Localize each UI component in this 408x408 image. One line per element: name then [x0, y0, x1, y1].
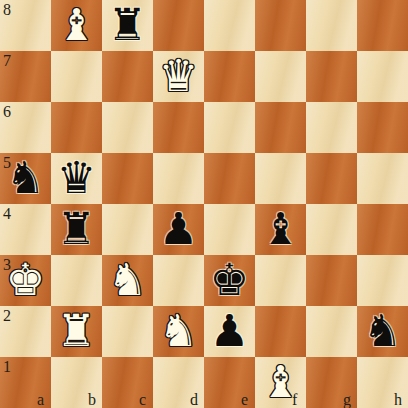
square-f4[interactable]: ♝ — [255, 204, 306, 255]
chess-board-stage: ♝♜♛♞♛♜♟♝♚♞♚♜♞♟♞♝ 87654321abcdefgh — [0, 0, 408, 408]
square-f7[interactable] — [255, 51, 306, 102]
square-b5[interactable]: ♛ — [51, 153, 102, 204]
square-e8[interactable] — [204, 0, 255, 51]
square-c7[interactable] — [102, 51, 153, 102]
square-f5[interactable] — [255, 153, 306, 204]
square-a6[interactable] — [0, 102, 51, 153]
square-d4[interactable]: ♟ — [153, 204, 204, 255]
square-h1[interactable] — [357, 357, 408, 408]
square-c1[interactable] — [102, 357, 153, 408]
square-d5[interactable] — [153, 153, 204, 204]
square-c4[interactable] — [102, 204, 153, 255]
black-pawn-piece[interactable]: ♟ — [210, 305, 249, 356]
square-g3[interactable] — [306, 255, 357, 306]
square-a5[interactable]: ♞ — [0, 153, 51, 204]
square-a7[interactable] — [0, 51, 51, 102]
black-pawn-piece[interactable]: ♟ — [159, 203, 198, 254]
square-g8[interactable] — [306, 0, 357, 51]
square-a3[interactable]: ♚ — [0, 255, 51, 306]
square-h3[interactable] — [357, 255, 408, 306]
square-f3[interactable] — [255, 255, 306, 306]
black-knight-piece[interactable]: ♞ — [363, 305, 402, 356]
square-b8[interactable]: ♝ — [51, 0, 102, 51]
square-g5[interactable] — [306, 153, 357, 204]
square-f2[interactable] — [255, 306, 306, 357]
square-e5[interactable] — [204, 153, 255, 204]
black-bishop-piece[interactable]: ♝ — [261, 203, 300, 254]
square-h8[interactable] — [357, 0, 408, 51]
square-e4[interactable] — [204, 204, 255, 255]
square-f1[interactable]: ♝ — [255, 357, 306, 408]
square-d1[interactable] — [153, 357, 204, 408]
black-rook-piece[interactable]: ♜ — [57, 203, 96, 254]
square-e3[interactable]: ♚ — [204, 255, 255, 306]
square-e2[interactable]: ♟ — [204, 306, 255, 357]
square-d3[interactable] — [153, 255, 204, 306]
square-b2[interactable]: ♜ — [51, 306, 102, 357]
white-knight-piece[interactable]: ♞ — [108, 254, 147, 305]
square-c6[interactable] — [102, 102, 153, 153]
square-b7[interactable] — [51, 51, 102, 102]
square-b1[interactable] — [51, 357, 102, 408]
square-c8[interactable]: ♜ — [102, 0, 153, 51]
white-rook-piece[interactable]: ♜ — [57, 305, 96, 356]
square-f8[interactable] — [255, 0, 306, 51]
square-e6[interactable] — [204, 102, 255, 153]
square-a4[interactable] — [0, 204, 51, 255]
square-g7[interactable] — [306, 51, 357, 102]
square-c5[interactable] — [102, 153, 153, 204]
chess-board: ♝♜♛♞♛♜♟♝♚♞♚♜♞♟♞♝ — [0, 0, 408, 408]
square-g1[interactable] — [306, 357, 357, 408]
white-bishop-piece[interactable]: ♝ — [261, 356, 300, 407]
square-b4[interactable]: ♜ — [51, 204, 102, 255]
square-b3[interactable] — [51, 255, 102, 306]
black-queen-piece[interactable]: ♛ — [57, 152, 96, 203]
square-a1[interactable] — [0, 357, 51, 408]
square-g4[interactable] — [306, 204, 357, 255]
square-e1[interactable] — [204, 357, 255, 408]
white-bishop-piece[interactable]: ♝ — [57, 0, 96, 50]
square-e7[interactable] — [204, 51, 255, 102]
square-a8[interactable] — [0, 0, 51, 51]
black-knight-piece[interactable]: ♞ — [6, 152, 45, 203]
square-b6[interactable] — [51, 102, 102, 153]
white-king-piece[interactable]: ♚ — [6, 254, 45, 305]
square-h7[interactable] — [357, 51, 408, 102]
white-knight-piece[interactable]: ♞ — [159, 305, 198, 356]
black-rook-piece[interactable]: ♜ — [108, 0, 147, 50]
square-h5[interactable] — [357, 153, 408, 204]
square-g2[interactable] — [306, 306, 357, 357]
square-d8[interactable] — [153, 0, 204, 51]
square-g6[interactable] — [306, 102, 357, 153]
square-c2[interactable] — [102, 306, 153, 357]
square-h6[interactable] — [357, 102, 408, 153]
square-h2[interactable]: ♞ — [357, 306, 408, 357]
white-queen-piece[interactable]: ♛ — [159, 50, 198, 101]
square-f6[interactable] — [255, 102, 306, 153]
black-king-piece[interactable]: ♚ — [210, 254, 249, 305]
square-a2[interactable] — [0, 306, 51, 357]
square-d6[interactable] — [153, 102, 204, 153]
square-d2[interactable]: ♞ — [153, 306, 204, 357]
square-h4[interactable] — [357, 204, 408, 255]
square-c3[interactable]: ♞ — [102, 255, 153, 306]
square-d7[interactable]: ♛ — [153, 51, 204, 102]
